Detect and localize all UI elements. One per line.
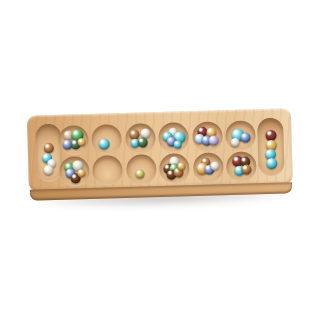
pit-top-6[interactable] (225, 120, 256, 151)
pit-bottom-6[interactable] (226, 151, 257, 182)
marble-teal (99, 139, 110, 150)
marble-teal (266, 158, 277, 169)
pit-bottom-3[interactable] (126, 154, 157, 185)
marble-yellow-green (136, 170, 145, 179)
marble-dark-green (137, 137, 147, 147)
marble-brown (44, 143, 54, 153)
mancala-board (27, 108, 293, 200)
pit-bottom-4[interactable] (159, 153, 190, 184)
mancala-product-photo (0, 0, 320, 320)
marble-clear (230, 137, 239, 146)
marble-blue-speckle (241, 132, 251, 142)
pit-store-left (35, 124, 63, 183)
pit-top-2[interactable] (92, 124, 123, 155)
pit-store-right (257, 118, 285, 177)
pit-top-5[interactable] (192, 121, 223, 152)
marble-lavender (208, 135, 218, 145)
pit-top-3[interactable] (125, 123, 156, 154)
pit-bottom-1[interactable] (59, 156, 90, 187)
marble-amber (77, 169, 85, 177)
marble-teal (174, 141, 182, 149)
board-top-surface (27, 108, 293, 191)
pit-top-4[interactable] (158, 122, 189, 153)
pit-bottom-2[interactable] (92, 155, 123, 186)
marble-amber (177, 162, 185, 170)
pit-bottom-5[interactable] (193, 152, 224, 183)
pit-top-1[interactable] (58, 125, 89, 156)
marble-clear (43, 165, 53, 175)
marble-brown (242, 164, 252, 174)
marble-amber (78, 138, 86, 146)
marble-clear (210, 161, 219, 170)
